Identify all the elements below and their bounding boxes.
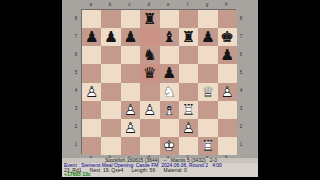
piece-glyph-outline: ♗ [160, 101, 179, 119]
coordinate-label: 7 [73, 27, 79, 45]
square-b1 [101, 137, 120, 155]
white-pawn: ♟♙ [140, 101, 159, 119]
square-h5 [218, 64, 237, 82]
square-c7: ♟♙ [121, 28, 140, 46]
black-knight: ♞♘ [140, 46, 159, 64]
white-pawn: ♟♙ [121, 101, 140, 119]
square-e7: ♝♗ [160, 28, 179, 46]
white-knight: ♞♘ [160, 83, 179, 101]
square-c4 [121, 83, 140, 101]
coordinate-label: g [197, 2, 216, 7]
coordinate-label: 5 [238, 63, 244, 81]
square-b8 [101, 10, 120, 28]
square-h6: ♟♙ [218, 46, 237, 64]
white-pawn: ♟♙ [179, 119, 198, 137]
square-d7 [140, 28, 159, 46]
piece-glyph-outline: ♔ [160, 137, 179, 155]
square-f1 [179, 137, 198, 155]
square-f5 [179, 64, 198, 82]
piece-glyph-outline: ♖ [179, 28, 198, 46]
black-pawn: ♟♙ [218, 46, 237, 64]
white-king: ♚♔ [160, 137, 179, 155]
coordinate-label: 2 [238, 118, 244, 136]
square-c2: ♟♙ [121, 119, 140, 137]
black-pawn: ♟♙ [121, 28, 140, 46]
black-pawn: ♟♙ [82, 28, 101, 46]
square-a2 [82, 119, 101, 137]
square-h4: ♟♙ [218, 83, 237, 101]
square-a5 [82, 64, 101, 82]
square-e8 [160, 10, 179, 28]
file-labels-top: abcdefgh [81, 2, 236, 7]
coordinate-label: 6 [238, 45, 244, 63]
piece-glyph-outline: ♙ [121, 101, 140, 119]
square-d6: ♞♘ [140, 46, 159, 64]
white-bishop: ♝♗ [160, 101, 179, 119]
square-h3 [218, 101, 237, 119]
square-g5 [198, 64, 217, 82]
piece-glyph-outline: ♙ [82, 28, 101, 46]
square-a1 [82, 137, 101, 155]
square-d4 [140, 83, 159, 101]
piece-glyph-outline: ♙ [101, 28, 120, 46]
square-d5: ♛♕ [140, 64, 159, 82]
rank-labels-right: 87654321 [238, 9, 244, 154]
square-e3: ♝♗ [160, 101, 179, 119]
piece-glyph-outline: ♕ [140, 64, 159, 82]
square-c1 [121, 137, 140, 155]
coordinate-label: 1 [238, 136, 244, 154]
coordinate-label: e [159, 2, 178, 7]
piece-glyph-outline: ♙ [198, 28, 217, 46]
engine-eval-line: +17605 13c [62, 172, 258, 177]
piece-glyph-outline: ♘ [140, 46, 159, 64]
square-h1 [218, 137, 237, 155]
square-g7: ♟♙ [198, 28, 217, 46]
coordinate-label: h [217, 2, 236, 7]
square-d1 [140, 137, 159, 155]
piece-glyph-outline: ♙ [121, 119, 140, 137]
square-a3 [82, 101, 101, 119]
square-g2 [198, 119, 217, 137]
coordinate-label: 5 [73, 63, 79, 81]
piece-glyph-outline: ♔ [218, 28, 237, 46]
coordinate-label: f [178, 2, 197, 7]
square-f7: ♜♖ [179, 28, 198, 46]
coordinate-label: 7 [238, 27, 244, 45]
piece-glyph-outline: ♙ [218, 83, 237, 101]
square-c8 [121, 10, 140, 28]
square-c3: ♟♙ [121, 101, 140, 119]
square-e6 [160, 46, 179, 64]
piece-glyph-outline: ♖ [179, 101, 198, 119]
piece-glyph-outline: ♕ [198, 83, 217, 101]
piece-glyph-outline: ♙ [140, 101, 159, 119]
piece-glyph-outline: ♖ [140, 10, 159, 28]
piece-glyph-outline: ♙ [121, 28, 140, 46]
piece-glyph-outline: ♙ [179, 119, 198, 137]
square-f4 [179, 83, 198, 101]
black-pawn: ♟♙ [160, 64, 179, 82]
square-f3: ♜♖ [179, 101, 198, 119]
square-b6 [101, 46, 120, 64]
piece-glyph-outline: ♙ [218, 46, 237, 64]
game-info-caption: Stockfish 160615 (3644) -- Mantis 5 (343… [62, 158, 258, 177]
black-pawn: ♟♙ [198, 28, 217, 46]
coordinate-label: a [81, 2, 100, 7]
coordinate-label: c [120, 2, 139, 7]
square-e5: ♟♙ [160, 64, 179, 82]
chess-board: ♜♖♟♙♟♙♟♙♝♗♜♖♟♙♚♔♞♘♟♙♛♕♟♙♟♙♞♘♛♕♟♙♟♙♟♙♝♗♜♖… [81, 9, 236, 154]
white-queen: ♛♕ [198, 83, 217, 101]
square-g8 [198, 10, 217, 28]
square-e1: ♚♔ [160, 137, 179, 155]
square-b5 [101, 64, 120, 82]
square-a6 [82, 46, 101, 64]
coordinate-label: 8 [238, 9, 244, 27]
coordinate-label: d [139, 2, 158, 7]
square-c5 [121, 64, 140, 82]
square-h7: ♚♔ [218, 28, 237, 46]
square-a4: ♟♙ [82, 83, 101, 101]
white-pawn: ♟♙ [121, 119, 140, 137]
piece-glyph-outline: ♘ [160, 83, 179, 101]
white-rook: ♜♖ [179, 101, 198, 119]
square-e4: ♞♘ [160, 83, 179, 101]
coordinate-label: 4 [73, 82, 79, 100]
square-d8: ♜♖ [140, 10, 159, 28]
square-g1: ♜♖ [198, 137, 217, 155]
chess-viewer-panel: abcdefgh 87654321 ♜♖♟♙♟♙♟♙♝♗♜♖♟♙♚♔♞♘♟♙♛♕… [62, 0, 258, 158]
coordinate-label: 1 [73, 136, 79, 154]
square-b7: ♟♙ [101, 28, 120, 46]
black-queen: ♛♕ [140, 64, 159, 82]
rank-labels-left: 87654321 [73, 9, 79, 154]
black-pawn: ♟♙ [101, 28, 120, 46]
square-b4 [101, 83, 120, 101]
coordinate-label: 2 [73, 118, 79, 136]
square-b3 [101, 101, 120, 119]
square-f8 [179, 10, 198, 28]
square-e2 [160, 119, 179, 137]
white-rook: ♜♖ [198, 137, 217, 155]
black-king: ♚♔ [218, 28, 237, 46]
square-h2 [218, 119, 237, 137]
square-a7: ♟♙ [82, 28, 101, 46]
square-c6 [121, 46, 140, 64]
square-f2: ♟♙ [179, 119, 198, 137]
video-frame: abcdefgh 87654321 ♜♖♟♙♟♙♟♙♝♗♜♖♟♙♚♔♞♘♟♙♛♕… [0, 0, 320, 180]
square-f6 [179, 46, 198, 64]
black-rook: ♜♖ [179, 28, 198, 46]
square-g4: ♛♕ [198, 83, 217, 101]
coordinate-label: 3 [73, 100, 79, 118]
square-d3: ♟♙ [140, 101, 159, 119]
coordinate-label: 8 [73, 9, 79, 27]
square-g3 [198, 101, 217, 119]
square-g6 [198, 46, 217, 64]
white-pawn: ♟♙ [218, 83, 237, 101]
coordinate-label: b [100, 2, 119, 7]
square-h8 [218, 10, 237, 28]
piece-glyph-outline: ♗ [160, 28, 179, 46]
square-a8 [82, 10, 101, 28]
square-b2 [101, 119, 120, 137]
coordinate-label: 6 [73, 45, 79, 63]
coordinate-label: 4 [238, 82, 244, 100]
piece-glyph-outline: ♖ [198, 137, 217, 155]
white-pawn: ♟♙ [82, 83, 101, 101]
black-bishop: ♝♗ [160, 28, 179, 46]
coordinate-label: 3 [238, 100, 244, 118]
black-rook: ♜♖ [140, 10, 159, 28]
piece-glyph-outline: ♙ [82, 83, 101, 101]
piece-glyph-outline: ♙ [160, 64, 179, 82]
square-d2 [140, 119, 159, 137]
